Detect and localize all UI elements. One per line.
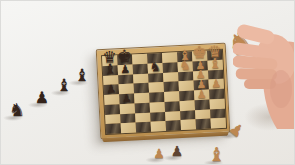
brown-pawn-piece[interactable]: ♟ (171, 143, 184, 159)
light-pawn-piece[interactable]: ♟ (197, 88, 207, 100)
board-square[interactable] (136, 122, 151, 133)
light-pawn-piece[interactable]: ♟ (211, 78, 221, 90)
board-square[interactable]: ♞ (177, 61, 192, 72)
board-grid: ♛♚♝♚♛♝♟♞♞♟♝♟♟♟♟♟♟ (101, 49, 227, 135)
board-square[interactable]: ♝ (207, 60, 222, 71)
piece-shadow (3, 115, 23, 121)
palm-shading (270, 70, 292, 108)
piece-shadow (163, 155, 183, 161)
dark-bishop-piece[interactable]: ♝ (74, 67, 89, 84)
board-square[interactable] (106, 124, 121, 135)
board-square[interactable] (181, 120, 196, 131)
chess-board: ♛♚♝♚♛♝♟♞♞♟♝♟♟♟♟♟♟ (96, 43, 231, 140)
piece-shadow (203, 160, 223, 165)
photo-scene: ♛♚♝♚♛♝♟♞♞♟♝♟♟♟♟♟♟ ♞ ♞♟♝♝♟♟♝♟ (0, 0, 295, 165)
piece-shadow (50, 90, 70, 96)
dark-knight-piece[interactable]: ♞ (9, 101, 25, 119)
dark-pawn-piece[interactable]: ♟ (106, 83, 116, 95)
piece-shadow (68, 80, 88, 86)
board-square[interactable] (121, 123, 136, 134)
ring-finger (236, 68, 277, 80)
light-knight-piece[interactable]: ♞ (179, 58, 191, 72)
piece-shadow (28, 102, 48, 108)
light-bishop-piece[interactable]: ♝ (208, 55, 221, 70)
hand (233, 17, 295, 129)
dark-pawn-piece[interactable]: ♟ (122, 92, 132, 104)
board-square[interactable]: ♞ (148, 63, 163, 74)
board-square[interactable] (211, 118, 226, 129)
light-bishop-piece[interactable]: ♝ (208, 145, 225, 164)
dark-bishop-piece[interactable]: ♝ (104, 61, 117, 76)
thumb (236, 23, 276, 46)
dark-knight-piece[interactable]: ♞ (149, 60, 161, 74)
dark-pawn-piece[interactable]: ♟ (35, 90, 49, 106)
board-square[interactable] (196, 119, 211, 130)
board-square[interactable] (166, 120, 181, 131)
board-square[interactable]: ♝ (103, 65, 118, 76)
dark-pawn-piece[interactable]: ♟ (120, 63, 130, 75)
piece-shadow (145, 157, 165, 163)
board-square[interactable] (151, 121, 166, 132)
